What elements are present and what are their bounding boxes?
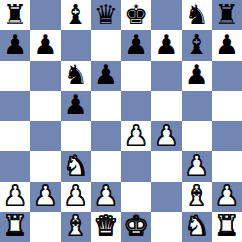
black-rook-piece: ♜ <box>3 1 27 28</box>
white-pawn-piece: ♟ <box>154 122 178 149</box>
square-d5[interactable] <box>91 91 121 121</box>
white-pawn-piece: ♟ <box>3 182 27 209</box>
black-pawn-piece: ♟ <box>215 31 239 58</box>
white-pawn-piece: ♟ <box>64 182 88 209</box>
white-knight-piece: ♞ <box>185 212 209 239</box>
white-rook-piece: ♜ <box>215 212 239 239</box>
square-b1[interactable] <box>30 212 60 242</box>
square-c8[interactable]: ♝ <box>61 0 91 30</box>
square-c6[interactable]: ♞ <box>61 61 91 91</box>
white-rook-piece: ♜ <box>3 212 27 239</box>
square-f6[interactable] <box>151 61 181 91</box>
square-d7[interactable] <box>91 30 121 60</box>
white-bishop-piece: ♝ <box>64 212 88 239</box>
square-h4[interactable] <box>212 121 242 151</box>
chess-board: ♜♝♛♚♞♜♟♟♟♟♝♟♞♟♟♟♟♟♞♟♟♟♟♟♝♟♜♝♛♚♞♜ <box>0 0 242 242</box>
square-g4[interactable] <box>182 121 212 151</box>
white-king-piece: ♚ <box>124 212 148 239</box>
square-f4[interactable]: ♟ <box>151 121 181 151</box>
square-g8[interactable]: ♞ <box>182 0 212 30</box>
black-knight-piece: ♞ <box>185 1 209 28</box>
white-pawn-piece: ♟ <box>94 182 118 209</box>
black-bishop-piece: ♝ <box>185 31 209 58</box>
black-pawn-piece: ♟ <box>64 91 88 118</box>
square-c7[interactable] <box>61 30 91 60</box>
square-h8[interactable]: ♜ <box>212 0 242 30</box>
square-h5[interactable] <box>212 91 242 121</box>
square-b4[interactable] <box>30 121 60 151</box>
square-c4[interactable] <box>61 121 91 151</box>
black-queen-piece: ♛ <box>94 1 118 28</box>
square-f1[interactable] <box>151 212 181 242</box>
black-pawn-piece: ♟ <box>154 31 178 58</box>
square-c2[interactable]: ♟ <box>61 182 91 212</box>
square-a2[interactable]: ♟ <box>0 182 30 212</box>
white-queen-piece: ♛ <box>94 212 118 239</box>
square-d8[interactable]: ♛ <box>91 0 121 30</box>
white-pawn-piece: ♟ <box>185 152 209 179</box>
square-a8[interactable]: ♜ <box>0 0 30 30</box>
square-b5[interactable] <box>30 91 60 121</box>
square-e2[interactable] <box>121 182 151 212</box>
square-d1[interactable]: ♛ <box>91 212 121 242</box>
square-f3[interactable] <box>151 151 181 181</box>
black-pawn-piece: ♟ <box>33 31 57 58</box>
square-b6[interactable] <box>30 61 60 91</box>
white-bishop-piece: ♝ <box>185 182 209 209</box>
square-b2[interactable]: ♟ <box>30 182 60 212</box>
square-g6[interactable]: ♟ <box>182 61 212 91</box>
black-pawn-piece: ♟ <box>185 61 209 88</box>
square-a4[interactable] <box>0 121 30 151</box>
square-a7[interactable]: ♟ <box>0 30 30 60</box>
square-d4[interactable] <box>91 121 121 151</box>
white-pawn-piece: ♟ <box>33 182 57 209</box>
square-e7[interactable]: ♟ <box>121 30 151 60</box>
square-h6[interactable] <box>212 61 242 91</box>
square-a3[interactable] <box>0 151 30 181</box>
black-knight-piece: ♞ <box>64 61 88 88</box>
black-pawn-piece: ♟ <box>3 31 27 58</box>
square-e1[interactable]: ♚ <box>121 212 151 242</box>
square-d2[interactable]: ♟ <box>91 182 121 212</box>
square-g2[interactable]: ♝ <box>182 182 212 212</box>
square-f7[interactable]: ♟ <box>151 30 181 60</box>
square-h3[interactable] <box>212 151 242 181</box>
square-f5[interactable] <box>151 91 181 121</box>
square-h2[interactable]: ♟ <box>212 182 242 212</box>
square-a1[interactable]: ♜ <box>0 212 30 242</box>
square-e6[interactable] <box>121 61 151 91</box>
square-c5[interactable]: ♟ <box>61 91 91 121</box>
square-g3[interactable]: ♟ <box>182 151 212 181</box>
square-g1[interactable]: ♞ <box>182 212 212 242</box>
square-g7[interactable]: ♝ <box>182 30 212 60</box>
black-bishop-piece: ♝ <box>64 1 88 28</box>
square-c3[interactable]: ♞ <box>61 151 91 181</box>
square-d6[interactable]: ♟ <box>91 61 121 91</box>
square-e8[interactable]: ♚ <box>121 0 151 30</box>
square-b7[interactable]: ♟ <box>30 30 60 60</box>
square-c1[interactable]: ♝ <box>61 212 91 242</box>
square-a5[interactable] <box>0 91 30 121</box>
black-rook-piece: ♜ <box>215 1 239 28</box>
white-knight-piece: ♞ <box>64 152 88 179</box>
square-e3[interactable] <box>121 151 151 181</box>
square-d3[interactable] <box>91 151 121 181</box>
square-g5[interactable] <box>182 91 212 121</box>
black-king-piece: ♚ <box>124 1 148 28</box>
square-f2[interactable] <box>151 182 181 212</box>
white-pawn-piece: ♟ <box>124 122 148 149</box>
white-pawn-piece: ♟ <box>215 182 239 209</box>
square-e4[interactable]: ♟ <box>121 121 151 151</box>
square-a6[interactable] <box>0 61 30 91</box>
square-b3[interactable] <box>30 151 60 181</box>
square-h1[interactable]: ♜ <box>212 212 242 242</box>
square-b8[interactable] <box>30 0 60 30</box>
black-pawn-piece: ♟ <box>94 61 118 88</box>
square-h7[interactable]: ♟ <box>212 30 242 60</box>
black-pawn-piece: ♟ <box>124 31 148 58</box>
square-f8[interactable] <box>151 0 181 30</box>
square-e5[interactable] <box>121 91 151 121</box>
